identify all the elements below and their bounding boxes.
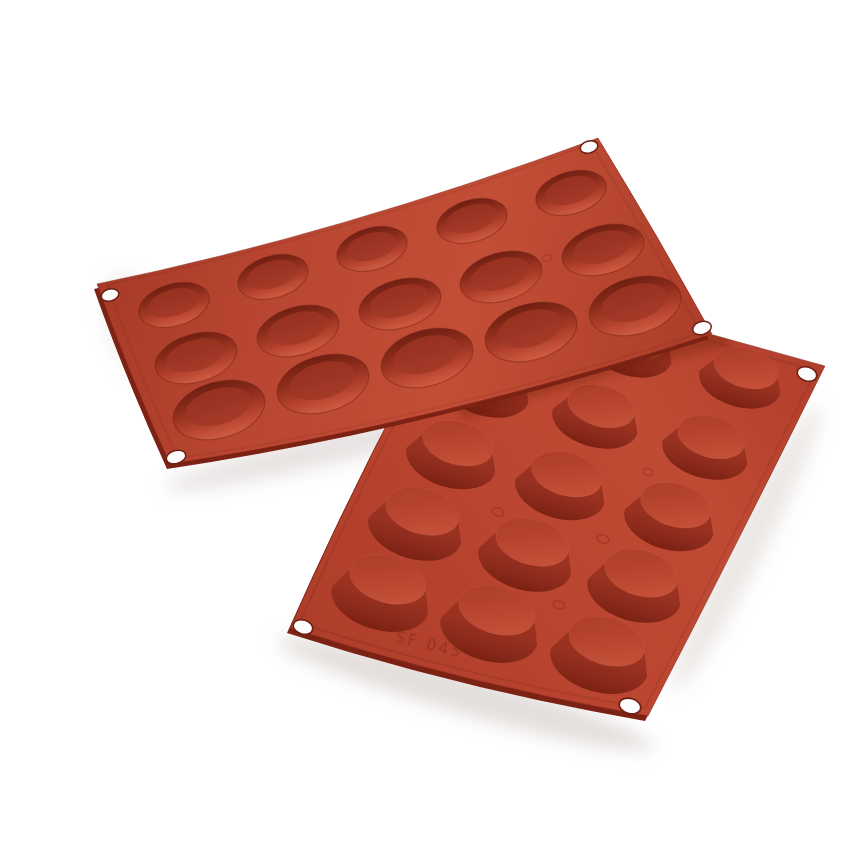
molds-scene: SF 045 (40, 16, 850, 850)
product-photo: SF 045 (40, 16, 850, 850)
